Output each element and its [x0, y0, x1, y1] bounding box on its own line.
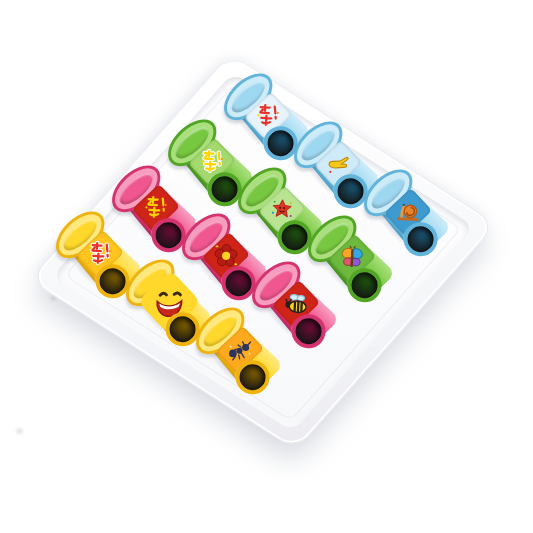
photo-stage [0, 0, 533, 533]
cups-layer [0, 0, 533, 533]
